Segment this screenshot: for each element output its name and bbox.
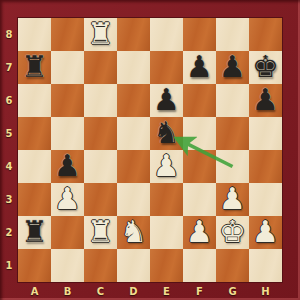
- rank-labels: 87654321: [0, 18, 18, 282]
- file-label-h: H: [249, 282, 282, 300]
- piece-black-pawn[interactable]: ♟: [252, 83, 279, 116]
- file-labels: ABCDEFGH: [18, 282, 282, 300]
- square-e3[interactable]: [150, 183, 183, 216]
- square-c8[interactable]: ♜: [84, 18, 117, 51]
- square-c3[interactable]: [84, 183, 117, 216]
- piece-white-knight[interactable]: ♞: [120, 215, 147, 248]
- square-f8[interactable]: [183, 18, 216, 51]
- piece-black-king[interactable]: ♚: [252, 50, 279, 83]
- square-c7[interactable]: [84, 51, 117, 84]
- square-a8[interactable]: [18, 18, 51, 51]
- square-a1[interactable]: [18, 249, 51, 282]
- square-g1[interactable]: [216, 249, 249, 282]
- square-d8[interactable]: [117, 18, 150, 51]
- square-e8[interactable]: [150, 18, 183, 51]
- square-b8[interactable]: [51, 18, 84, 51]
- square-b4[interactable]: ♟: [51, 150, 84, 183]
- square-e4[interactable]: ♟: [150, 150, 183, 183]
- square-f6[interactable]: [183, 84, 216, 117]
- square-h5[interactable]: [249, 117, 282, 150]
- piece-white-pawn[interactable]: ♟: [186, 215, 213, 248]
- piece-black-rook[interactable]: ♜: [21, 50, 48, 83]
- rank-label-1: 1: [0, 249, 18, 282]
- square-c4[interactable]: [84, 150, 117, 183]
- piece-white-rook[interactable]: ♜: [87, 215, 114, 248]
- file-label-d: D: [117, 282, 150, 300]
- rank-label-4: 4: [0, 150, 18, 183]
- square-h3[interactable]: [249, 183, 282, 216]
- square-a7[interactable]: ♜: [18, 51, 51, 84]
- square-a2[interactable]: ♜: [18, 216, 51, 249]
- piece-white-pawn[interactable]: ♟: [153, 149, 180, 182]
- square-e6[interactable]: ♟: [150, 84, 183, 117]
- square-d7[interactable]: [117, 51, 150, 84]
- square-f1[interactable]: [183, 249, 216, 282]
- square-e5[interactable]: ♞: [150, 117, 183, 150]
- piece-black-rook[interactable]: ♜: [21, 215, 48, 248]
- square-d1[interactable]: [117, 249, 150, 282]
- rank-label-3: 3: [0, 183, 18, 216]
- piece-white-king[interactable]: ♚: [219, 215, 246, 248]
- square-c5[interactable]: [84, 117, 117, 150]
- square-h6[interactable]: ♟: [249, 84, 282, 117]
- rank-label-6: 6: [0, 84, 18, 117]
- square-f4[interactable]: [183, 150, 216, 183]
- square-h7[interactable]: ♚: [249, 51, 282, 84]
- square-a3[interactable]: [18, 183, 51, 216]
- file-label-g: G: [216, 282, 249, 300]
- square-d6[interactable]: [117, 84, 150, 117]
- chess-board-frame: 87654321 ABCDEFGH ♜♜♟♟♚♟♟♞♟♟♟♟♜♜♞♟♚♟: [0, 0, 300, 300]
- chess-board: ♜♜♟♟♚♟♟♞♟♟♟♟♜♜♞♟♚♟: [18, 18, 282, 282]
- rank-label-2: 2: [0, 216, 18, 249]
- square-h2[interactable]: ♟: [249, 216, 282, 249]
- square-g4[interactable]: [216, 150, 249, 183]
- rank-label-7: 7: [0, 51, 18, 84]
- square-f3[interactable]: [183, 183, 216, 216]
- square-a6[interactable]: [18, 84, 51, 117]
- square-h8[interactable]: [249, 18, 282, 51]
- file-label-a: A: [18, 282, 51, 300]
- square-b2[interactable]: [51, 216, 84, 249]
- square-b3[interactable]: ♟: [51, 183, 84, 216]
- square-b7[interactable]: [51, 51, 84, 84]
- square-g3[interactable]: ♟: [216, 183, 249, 216]
- square-f2[interactable]: ♟: [183, 216, 216, 249]
- square-h1[interactable]: [249, 249, 282, 282]
- rank-label-5: 5: [0, 117, 18, 150]
- square-d2[interactable]: ♞: [117, 216, 150, 249]
- piece-black-pawn[interactable]: ♟: [219, 50, 246, 83]
- piece-black-pawn[interactable]: ♟: [186, 50, 213, 83]
- file-label-c: C: [84, 282, 117, 300]
- square-d5[interactable]: [117, 117, 150, 150]
- square-g8[interactable]: [216, 18, 249, 51]
- piece-black-pawn[interactable]: ♟: [153, 83, 180, 116]
- piece-black-knight[interactable]: ♞: [153, 116, 180, 149]
- rank-label-8: 8: [0, 18, 18, 51]
- square-a4[interactable]: [18, 150, 51, 183]
- square-c2[interactable]: ♜: [84, 216, 117, 249]
- square-c6[interactable]: [84, 84, 117, 117]
- square-g6[interactable]: [216, 84, 249, 117]
- square-h4[interactable]: [249, 150, 282, 183]
- square-e7[interactable]: [150, 51, 183, 84]
- square-d3[interactable]: [117, 183, 150, 216]
- piece-white-pawn[interactable]: ♟: [54, 182, 81, 215]
- file-label-e: E: [150, 282, 183, 300]
- square-d4[interactable]: [117, 150, 150, 183]
- piece-white-pawn[interactable]: ♟: [252, 215, 279, 248]
- file-label-b: B: [51, 282, 84, 300]
- square-e2[interactable]: [150, 216, 183, 249]
- piece-white-rook[interactable]: ♜: [87, 17, 114, 50]
- square-g7[interactable]: ♟: [216, 51, 249, 84]
- square-e1[interactable]: [150, 249, 183, 282]
- square-g5[interactable]: [216, 117, 249, 150]
- piece-black-pawn[interactable]: ♟: [54, 149, 81, 182]
- square-c1[interactable]: [84, 249, 117, 282]
- square-a5[interactable]: [18, 117, 51, 150]
- file-label-f: F: [183, 282, 216, 300]
- square-f5[interactable]: [183, 117, 216, 150]
- square-g2[interactable]: ♚: [216, 216, 249, 249]
- square-f7[interactable]: ♟: [183, 51, 216, 84]
- square-b6[interactable]: [51, 84, 84, 117]
- square-b5[interactable]: [51, 117, 84, 150]
- square-b1[interactable]: [51, 249, 84, 282]
- piece-white-pawn[interactable]: ♟: [219, 182, 246, 215]
